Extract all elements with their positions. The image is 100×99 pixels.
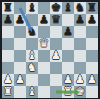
square-a7[interactable]: ♟ — [2, 14, 14, 26]
chess-board[interactable]: ♜♝♚♝♞♜♟♟♟♛♟♟♞♟♛♝♟♞♟♟♟♟♟♜♝♜♚ — [2, 2, 98, 98]
square-f6[interactable]: ♟ — [62, 26, 74, 38]
white-bishop: ♝ — [27, 86, 37, 98]
square-d3[interactable] — [38, 62, 50, 74]
black-pawn: ♟ — [75, 14, 85, 26]
square-a6[interactable] — [2, 26, 14, 38]
board-frame: ♜♝♚♝♞♜♟♟♟♛♟♟♞♟♛♝♟♞♟♟♟♟♟♜♝♜♚ — [0, 0, 100, 99]
square-c1[interactable]: ♝ — [26, 86, 38, 98]
white-pawn: ♟ — [51, 50, 61, 62]
black-pawn: ♟ — [39, 14, 49, 26]
square-c8[interactable]: ♝ — [26, 2, 38, 14]
square-h2[interactable]: ♟ — [86, 74, 98, 86]
square-d7[interactable]: ♟ — [38, 14, 50, 26]
white-knight: ♞ — [27, 62, 37, 74]
square-c6[interactable]: ♞ — [26, 26, 38, 38]
black-pawn: ♟ — [63, 26, 73, 38]
square-e1[interactable] — [50, 86, 62, 98]
white-rook: ♜ — [3, 86, 13, 98]
black-pawn: ♟ — [15, 14, 25, 26]
square-h5[interactable] — [86, 38, 98, 50]
black-bishop: ♝ — [63, 2, 73, 14]
square-h1[interactable] — [86, 86, 98, 98]
black-queen: ♛ — [51, 14, 61, 26]
square-e2[interactable] — [50, 74, 62, 86]
square-d1[interactable] — [38, 86, 50, 98]
square-a5[interactable] — [2, 38, 14, 50]
white-rook: ♜ — [63, 86, 73, 98]
black-pawn: ♟ — [87, 14, 97, 26]
square-g1[interactable]: ♚ — [74, 86, 86, 98]
square-c3[interactable]: ♞ — [26, 62, 38, 74]
square-b6[interactable] — [14, 26, 26, 38]
square-g4[interactable] — [74, 50, 86, 62]
square-g6[interactable] — [74, 26, 86, 38]
square-b1[interactable] — [14, 86, 26, 98]
square-e4[interactable]: ♟ — [50, 50, 62, 62]
square-d5[interactable]: ♛ — [38, 38, 50, 50]
square-a1[interactable]: ♜ — [2, 86, 14, 98]
square-d2[interactable] — [38, 74, 50, 86]
square-b4[interactable] — [14, 50, 26, 62]
white-king: ♚ — [75, 86, 85, 98]
square-e6[interactable] — [50, 26, 62, 38]
square-a4[interactable] — [2, 50, 14, 62]
square-f8[interactable]: ♝ — [62, 2, 74, 14]
square-f1[interactable]: ♜ — [62, 86, 74, 98]
square-b7[interactable]: ♟ — [14, 14, 26, 26]
black-knight: ♞ — [27, 26, 37, 38]
square-h6[interactable] — [86, 26, 98, 38]
square-b2[interactable]: ♟ — [14, 74, 26, 86]
white-queen: ♛ — [39, 38, 49, 50]
black-bishop: ♝ — [27, 2, 37, 14]
square-g7[interactable]: ♟ — [74, 14, 86, 26]
square-e7[interactable]: ♛ — [50, 14, 62, 26]
square-e3[interactable] — [50, 62, 62, 74]
square-d4[interactable] — [38, 50, 50, 62]
square-h7[interactable]: ♟ — [86, 14, 98, 26]
square-b5[interactable] — [14, 38, 26, 50]
square-g5[interactable] — [74, 38, 86, 50]
square-f4[interactable] — [62, 50, 74, 62]
black-pawn: ♟ — [3, 14, 13, 26]
white-pawn: ♟ — [87, 74, 97, 86]
white-pawn: ♟ — [15, 74, 25, 86]
square-f5[interactable] — [62, 38, 74, 50]
square-h4[interactable] — [86, 50, 98, 62]
